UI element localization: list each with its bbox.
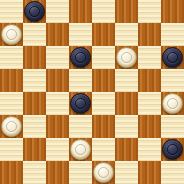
square-e7[interactable] <box>92 23 115 46</box>
square-d6[interactable] <box>69 46 92 69</box>
square-a3[interactable] <box>0 115 23 138</box>
square-b5[interactable] <box>23 69 46 92</box>
square-c1[interactable] <box>46 161 69 184</box>
square-f3[interactable] <box>115 115 138 138</box>
square-b1[interactable] <box>23 161 46 184</box>
square-f4[interactable] <box>115 92 138 115</box>
square-f8[interactable] <box>115 0 138 23</box>
square-d1[interactable] <box>69 161 92 184</box>
square-b2[interactable] <box>23 138 46 161</box>
square-f5[interactable] <box>115 69 138 92</box>
square-c6[interactable] <box>46 46 69 69</box>
checker-white-man[interactable] <box>1 24 22 45</box>
square-e1[interactable] <box>92 161 115 184</box>
square-d5[interactable] <box>69 69 92 92</box>
square-b3[interactable] <box>23 115 46 138</box>
square-h8[interactable] <box>161 0 184 23</box>
square-h1[interactable] <box>161 161 184 184</box>
square-e8[interactable] <box>92 0 115 23</box>
square-b4[interactable] <box>23 92 46 115</box>
square-a6[interactable] <box>0 46 23 69</box>
square-a4[interactable] <box>0 92 23 115</box>
square-g7[interactable] <box>138 23 161 46</box>
square-e3[interactable] <box>92 115 115 138</box>
square-h6[interactable] <box>161 46 184 69</box>
square-c5[interactable] <box>46 69 69 92</box>
square-c4[interactable] <box>46 92 69 115</box>
square-b8[interactable] <box>23 0 46 23</box>
square-h2[interactable] <box>161 138 184 161</box>
checker-white-man[interactable] <box>93 162 114 183</box>
square-g1[interactable] <box>138 161 161 184</box>
square-a7[interactable] <box>0 23 23 46</box>
square-f2[interactable] <box>115 138 138 161</box>
square-g6[interactable] <box>138 46 161 69</box>
square-d2[interactable] <box>69 138 92 161</box>
checker-white-man[interactable] <box>162 93 183 114</box>
checker-white-man[interactable] <box>116 47 137 68</box>
square-a1[interactable] <box>0 161 23 184</box>
square-d8[interactable] <box>69 0 92 23</box>
square-f7[interactable] <box>115 23 138 46</box>
square-e5[interactable] <box>92 69 115 92</box>
square-a8[interactable] <box>0 0 23 23</box>
square-c3[interactable] <box>46 115 69 138</box>
square-c8[interactable] <box>46 0 69 23</box>
checkers-board <box>0 0 184 184</box>
square-g5[interactable] <box>138 69 161 92</box>
checker-black-man[interactable] <box>162 139 183 160</box>
square-a5[interactable] <box>0 69 23 92</box>
square-e6[interactable] <box>92 46 115 69</box>
square-g2[interactable] <box>138 138 161 161</box>
checker-white-man[interactable] <box>70 139 91 160</box>
checker-black-man[interactable] <box>162 47 183 68</box>
square-h7[interactable] <box>161 23 184 46</box>
square-h4[interactable] <box>161 92 184 115</box>
checker-black-man[interactable] <box>70 47 91 68</box>
square-c7[interactable] <box>46 23 69 46</box>
square-d3[interactable] <box>69 115 92 138</box>
square-c2[interactable] <box>46 138 69 161</box>
checker-black-man[interactable] <box>24 1 45 22</box>
square-h3[interactable] <box>161 115 184 138</box>
square-e2[interactable] <box>92 138 115 161</box>
square-g3[interactable] <box>138 115 161 138</box>
square-g8[interactable] <box>138 0 161 23</box>
checker-white-man[interactable] <box>1 116 22 137</box>
square-h5[interactable] <box>161 69 184 92</box>
square-f6[interactable] <box>115 46 138 69</box>
square-f1[interactable] <box>115 161 138 184</box>
checker-black-man[interactable] <box>70 93 91 114</box>
square-b6[interactable] <box>23 46 46 69</box>
square-b7[interactable] <box>23 23 46 46</box>
square-a2[interactable] <box>0 138 23 161</box>
square-g4[interactable] <box>138 92 161 115</box>
square-d4[interactable] <box>69 92 92 115</box>
square-e4[interactable] <box>92 92 115 115</box>
square-d7[interactable] <box>69 23 92 46</box>
